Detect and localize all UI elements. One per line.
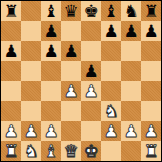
square-d8[interactable]: ♛ <box>61 1 81 21</box>
square-g4[interactable] <box>121 81 141 101</box>
square-b7[interactable] <box>21 21 41 41</box>
square-a2[interactable]: ♟ <box>1 121 21 141</box>
square-h7[interactable]: ♟ <box>141 21 161 41</box>
square-c2[interactable]: ♟ <box>41 121 61 141</box>
square-b3[interactable] <box>21 101 41 121</box>
square-a8[interactable]: ♜ <box>1 1 21 21</box>
square-d3[interactable] <box>61 101 81 121</box>
piece-white-pawn-icon: ♟ <box>103 123 118 140</box>
piece-white-pawn-icon: ♟ <box>23 123 38 140</box>
piece-black-king-icon: ♚ <box>83 3 98 20</box>
square-e3[interactable] <box>81 101 101 121</box>
piece-white-knight-icon: ♞ <box>23 143 38 160</box>
square-g3[interactable] <box>121 101 141 121</box>
piece-black-pawn-icon: ♟ <box>83 63 98 80</box>
square-h1[interactable]: ♜ <box>141 141 161 161</box>
square-f6[interactable] <box>101 41 121 61</box>
square-g2[interactable]: ♟ <box>121 121 141 141</box>
square-f5[interactable] <box>101 61 121 81</box>
square-h2[interactable]: ♟ <box>141 121 161 141</box>
square-b2[interactable]: ♟ <box>21 121 41 141</box>
square-c4[interactable] <box>41 81 61 101</box>
piece-black-knight-icon: ♞ <box>123 3 138 20</box>
piece-black-pawn-icon: ♟ <box>103 23 118 40</box>
piece-white-rook-icon: ♜ <box>3 143 18 160</box>
square-b5[interactable] <box>21 61 41 81</box>
square-h4[interactable] <box>141 81 161 101</box>
square-d4[interactable]: ♟ <box>61 81 81 101</box>
square-e7[interactable] <box>81 21 101 41</box>
square-c5[interactable] <box>41 61 61 81</box>
square-e2[interactable] <box>81 121 101 141</box>
piece-black-pawn-icon: ♟ <box>43 43 58 60</box>
square-h8[interactable]: ♜ <box>141 1 161 21</box>
chess-board: ♜♝♛♚♝♞♜♟♟♟♟♟♟♟♟♟♟♞♟♟♟♟♟♟♜♞♝♛♚♜ <box>0 0 162 162</box>
square-g8[interactable]: ♞ <box>121 1 141 21</box>
piece-white-king-icon: ♚ <box>83 143 98 160</box>
piece-white-pawn-icon: ♟ <box>143 123 158 140</box>
square-b1[interactable]: ♞ <box>21 141 41 161</box>
square-h3[interactable] <box>141 101 161 121</box>
square-g7[interactable]: ♟ <box>121 21 141 41</box>
piece-black-rook-icon: ♜ <box>143 3 158 20</box>
square-d6[interactable]: ♟ <box>61 41 81 61</box>
square-f1[interactable] <box>101 141 121 161</box>
piece-black-rook-icon: ♜ <box>3 3 18 20</box>
square-a4[interactable] <box>1 81 21 101</box>
square-h6[interactable] <box>141 41 161 61</box>
square-c1[interactable]: ♝ <box>41 141 61 161</box>
square-d2[interactable] <box>61 121 81 141</box>
square-f4[interactable] <box>101 81 121 101</box>
square-b6[interactable] <box>21 41 41 61</box>
square-e6[interactable] <box>81 41 101 61</box>
square-e8[interactable]: ♚ <box>81 1 101 21</box>
piece-white-rook-icon: ♜ <box>143 143 158 160</box>
square-h5[interactable] <box>141 61 161 81</box>
square-a6[interactable]: ♟ <box>1 41 21 61</box>
square-c3[interactable] <box>41 101 61 121</box>
square-d5[interactable] <box>61 61 81 81</box>
square-e1[interactable]: ♚ <box>81 141 101 161</box>
piece-white-pawn-icon: ♟ <box>63 83 78 100</box>
square-d1[interactable]: ♛ <box>61 141 81 161</box>
square-f2[interactable]: ♟ <box>101 121 121 141</box>
square-c7[interactable]: ♟ <box>41 21 61 41</box>
piece-black-pawn-icon: ♟ <box>143 23 158 40</box>
square-d7[interactable] <box>61 21 81 41</box>
square-a5[interactable] <box>1 61 21 81</box>
square-a7[interactable] <box>1 21 21 41</box>
square-b4[interactable] <box>21 81 41 101</box>
piece-white-pawn-icon: ♟ <box>123 123 138 140</box>
piece-white-pawn-icon: ♟ <box>3 123 18 140</box>
piece-white-knight-icon: ♞ <box>103 103 118 120</box>
square-g5[interactable] <box>121 61 141 81</box>
piece-black-pawn-icon: ♟ <box>3 43 18 60</box>
piece-white-queen-icon: ♛ <box>63 143 78 160</box>
piece-black-pawn-icon: ♟ <box>123 23 138 40</box>
square-e5[interactable]: ♟ <box>81 61 101 81</box>
piece-black-bishop-icon: ♝ <box>103 3 118 20</box>
square-b8[interactable] <box>21 1 41 21</box>
square-f3[interactable]: ♞ <box>101 101 121 121</box>
square-a3[interactable] <box>1 101 21 121</box>
piece-white-pawn-icon: ♟ <box>43 123 58 140</box>
square-g1[interactable] <box>121 141 141 161</box>
square-c8[interactable]: ♝ <box>41 1 61 21</box>
piece-white-bishop-icon: ♝ <box>43 143 58 160</box>
square-f8[interactable]: ♝ <box>101 1 121 21</box>
square-c6[interactable]: ♟ <box>41 41 61 61</box>
piece-black-bishop-icon: ♝ <box>43 3 58 20</box>
square-e4[interactable]: ♟ <box>81 81 101 101</box>
piece-white-pawn-icon: ♟ <box>83 83 98 100</box>
square-g6[interactable] <box>121 41 141 61</box>
square-a1[interactable]: ♜ <box>1 141 21 161</box>
square-f7[interactable]: ♟ <box>101 21 121 41</box>
piece-black-queen-icon: ♛ <box>63 3 78 20</box>
piece-black-pawn-icon: ♟ <box>43 23 58 40</box>
piece-black-pawn-icon: ♟ <box>63 43 78 60</box>
